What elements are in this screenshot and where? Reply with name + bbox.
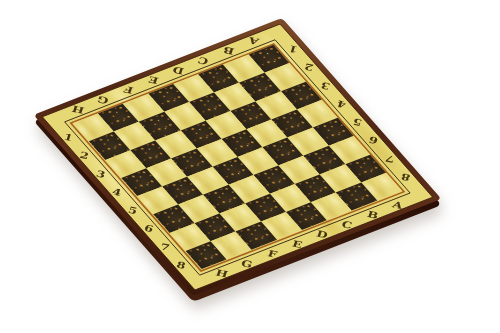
chessboard-scene: 11AA22BB33CC44DD55EE66FF77GG88HH	[0, 0, 500, 333]
photo-background: 11AA22BB33CC44DD55EE66FF77GG88HH	[0, 0, 500, 333]
board-rim: 11AA22BB33CC44DD55EE66FF77GG88HH	[34, 18, 442, 296]
chessboard: 11AA22BB33CC44DD55EE66FF77GG88HH	[34, 18, 442, 296]
